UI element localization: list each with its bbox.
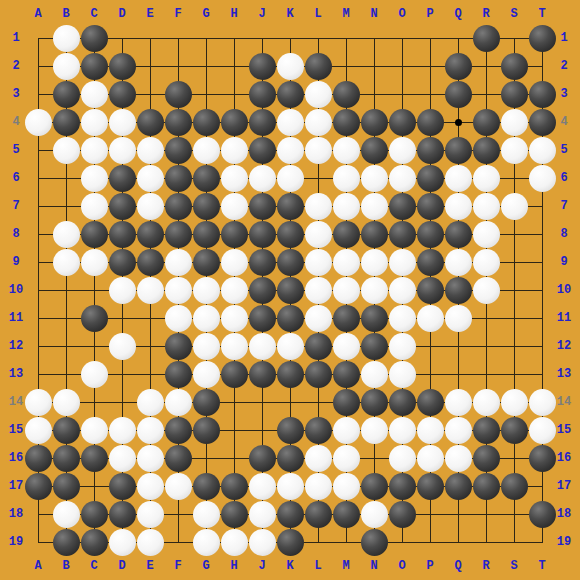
black-stone-N19[interactable] xyxy=(361,529,388,556)
white-stone-L8[interactable] xyxy=(305,221,332,248)
row-label-left-6: 6 xyxy=(4,171,28,185)
black-stone-S17[interactable] xyxy=(501,473,528,500)
white-stone-S4[interactable] xyxy=(501,109,528,136)
black-stone-C2[interactable] xyxy=(81,53,108,80)
white-stone-E10[interactable] xyxy=(137,277,164,304)
go-board[interactable]: AA11BB22CC33DD44EE55FF66GG77HH88JJ99KK10… xyxy=(0,0,580,580)
white-stone-B5[interactable] xyxy=(53,137,80,164)
black-stone-T1[interactable] xyxy=(529,25,556,52)
black-stone-J11[interactable] xyxy=(249,305,276,332)
white-stone-F17[interactable] xyxy=(165,473,192,500)
black-stone-K15[interactable] xyxy=(277,417,304,444)
white-stone-L10[interactable] xyxy=(305,277,332,304)
row-label-right-4: 4 xyxy=(552,115,576,129)
black-stone-B16[interactable] xyxy=(53,445,80,472)
white-stone-R9[interactable] xyxy=(473,249,500,276)
white-stone-G11[interactable] xyxy=(193,305,220,332)
black-stone-D3[interactable] xyxy=(109,81,136,108)
row-label-right-1: 1 xyxy=(552,31,576,45)
row-label-right-5: 5 xyxy=(552,143,576,157)
black-stone-K13[interactable] xyxy=(277,361,304,388)
white-stone-Q7[interactable] xyxy=(445,193,472,220)
white-stone-H11[interactable] xyxy=(221,305,248,332)
col-label-top-L: L xyxy=(306,7,330,21)
white-stone-S5[interactable] xyxy=(501,137,528,164)
white-stone-F10[interactable] xyxy=(165,277,192,304)
black-stone-P14[interactable] xyxy=(417,389,444,416)
white-stone-N10[interactable] xyxy=(361,277,388,304)
white-stone-C6[interactable] xyxy=(81,165,108,192)
white-stone-P16[interactable] xyxy=(417,445,444,472)
white-stone-B9[interactable] xyxy=(53,249,80,276)
white-stone-O13[interactable] xyxy=(389,361,416,388)
white-stone-H7[interactable] xyxy=(221,193,248,220)
black-stone-M3[interactable] xyxy=(333,81,360,108)
black-stone-J4[interactable] xyxy=(249,109,276,136)
black-stone-Q2[interactable] xyxy=(445,53,472,80)
black-stone-J2[interactable] xyxy=(249,53,276,80)
white-stone-M9[interactable] xyxy=(333,249,360,276)
black-stone-F4[interactable] xyxy=(165,109,192,136)
white-stone-G13[interactable] xyxy=(193,361,220,388)
black-stone-A17[interactable] xyxy=(25,473,52,500)
white-stone-J6[interactable] xyxy=(249,165,276,192)
black-stone-N5[interactable] xyxy=(361,137,388,164)
white-stone-D19[interactable] xyxy=(109,529,136,556)
black-stone-R4[interactable] xyxy=(473,109,500,136)
col-label-bottom-S: S xyxy=(502,559,526,573)
white-stone-B8[interactable] xyxy=(53,221,80,248)
white-stone-H9[interactable] xyxy=(221,249,248,276)
black-stone-N14[interactable] xyxy=(361,389,388,416)
white-stone-L11[interactable] xyxy=(305,305,332,332)
col-label-bottom-B: B xyxy=(54,559,78,573)
black-stone-F6[interactable] xyxy=(165,165,192,192)
white-stone-A14[interactable] xyxy=(25,389,52,416)
white-stone-E18[interactable] xyxy=(137,501,164,528)
black-stone-A16[interactable] xyxy=(25,445,52,472)
white-stone-R8[interactable] xyxy=(473,221,500,248)
white-stone-F14[interactable] xyxy=(165,389,192,416)
black-stone-P8[interactable] xyxy=(417,221,444,248)
white-stone-C9[interactable] xyxy=(81,249,108,276)
row-label-left-9: 9 xyxy=(4,255,28,269)
black-stone-G6[interactable] xyxy=(193,165,220,192)
row-label-right-17: 17 xyxy=(552,479,576,493)
col-label-top-G: G xyxy=(194,7,218,21)
row-label-left-11: 11 xyxy=(4,311,28,325)
white-stone-T6[interactable] xyxy=(529,165,556,192)
black-stone-D2[interactable] xyxy=(109,53,136,80)
white-stone-O10[interactable] xyxy=(389,277,416,304)
black-stone-C16[interactable] xyxy=(81,445,108,472)
col-label-top-N: N xyxy=(362,7,386,21)
white-stone-B2[interactable] xyxy=(53,53,80,80)
black-stone-M11[interactable] xyxy=(333,305,360,332)
black-stone-L15[interactable] xyxy=(305,417,332,444)
white-stone-R14[interactable] xyxy=(473,389,500,416)
white-stone-C5[interactable] xyxy=(81,137,108,164)
white-stone-A4[interactable] xyxy=(25,109,52,136)
col-label-top-E: E xyxy=(138,7,162,21)
black-stone-K8[interactable] xyxy=(277,221,304,248)
black-stone-P6[interactable] xyxy=(417,165,444,192)
black-stone-Q8[interactable] xyxy=(445,221,472,248)
col-label-top-J: J xyxy=(250,7,274,21)
black-stone-Q3[interactable] xyxy=(445,81,472,108)
black-stone-S2[interactable] xyxy=(501,53,528,80)
row-label-right-11: 11 xyxy=(552,311,576,325)
white-stone-M12[interactable] xyxy=(333,333,360,360)
white-stone-L4[interactable] xyxy=(305,109,332,136)
col-label-bottom-T: T xyxy=(530,559,554,573)
row-label-right-12: 12 xyxy=(552,339,576,353)
white-stone-N6[interactable] xyxy=(361,165,388,192)
black-stone-R16[interactable] xyxy=(473,445,500,472)
black-stone-N12[interactable] xyxy=(361,333,388,360)
white-stone-C4[interactable] xyxy=(81,109,108,136)
white-stone-L5[interactable] xyxy=(305,137,332,164)
col-label-bottom-F: F xyxy=(166,559,190,573)
black-stone-O14[interactable] xyxy=(389,389,416,416)
black-stone-G8[interactable] xyxy=(193,221,220,248)
black-stone-D9[interactable] xyxy=(109,249,136,276)
white-stone-G10[interactable] xyxy=(193,277,220,304)
white-stone-J12[interactable] xyxy=(249,333,276,360)
black-stone-G9[interactable] xyxy=(193,249,220,276)
black-stone-L2[interactable] xyxy=(305,53,332,80)
col-label-top-H: H xyxy=(222,7,246,21)
white-stone-N7[interactable] xyxy=(361,193,388,220)
white-stone-P11[interactable] xyxy=(417,305,444,332)
white-stone-M7[interactable] xyxy=(333,193,360,220)
black-stone-M18[interactable] xyxy=(333,501,360,528)
col-label-bottom-O: O xyxy=(390,559,414,573)
white-stone-D10[interactable] xyxy=(109,277,136,304)
black-stone-R1[interactable] xyxy=(473,25,500,52)
black-stone-J10[interactable] xyxy=(249,277,276,304)
white-stone-B1[interactable] xyxy=(53,25,80,52)
black-stone-P7[interactable] xyxy=(417,193,444,220)
black-stone-O17[interactable] xyxy=(389,473,416,500)
black-stone-B4[interactable] xyxy=(53,109,80,136)
row-label-left-3: 3 xyxy=(4,87,28,101)
black-stone-F16[interactable] xyxy=(165,445,192,472)
row-label-left-13: 13 xyxy=(4,367,28,381)
black-stone-H18[interactable] xyxy=(221,501,248,528)
white-stone-G19[interactable] xyxy=(193,529,220,556)
row-label-right-3: 3 xyxy=(552,87,576,101)
white-stone-E17[interactable] xyxy=(137,473,164,500)
col-label-bottom-L: L xyxy=(306,559,330,573)
white-stone-J17[interactable] xyxy=(249,473,276,500)
white-stone-N18[interactable] xyxy=(361,501,388,528)
black-stone-C18[interactable] xyxy=(81,501,108,528)
col-label-top-O: O xyxy=(390,7,414,21)
white-stone-J18[interactable] xyxy=(249,501,276,528)
black-stone-K19[interactable] xyxy=(277,529,304,556)
white-stone-P15[interactable] xyxy=(417,417,444,444)
black-stone-F13[interactable] xyxy=(165,361,192,388)
black-stone-T3[interactable] xyxy=(529,81,556,108)
black-stone-Q17[interactable] xyxy=(445,473,472,500)
black-stone-C19[interactable] xyxy=(81,529,108,556)
white-stone-T14[interactable] xyxy=(529,389,556,416)
black-stone-F7[interactable] xyxy=(165,193,192,220)
black-stone-R17[interactable] xyxy=(473,473,500,500)
white-stone-R10[interactable] xyxy=(473,277,500,304)
row-label-left-10: 10 xyxy=(4,283,28,297)
black-stone-M13[interactable] xyxy=(333,361,360,388)
white-stone-S7[interactable] xyxy=(501,193,528,220)
black-stone-E4[interactable] xyxy=(137,109,164,136)
row-label-right-14: 14 xyxy=(552,395,576,409)
black-stone-P9[interactable] xyxy=(417,249,444,276)
white-stone-B18[interactable] xyxy=(53,501,80,528)
black-stone-D17[interactable] xyxy=(109,473,136,500)
white-stone-E6[interactable] xyxy=(137,165,164,192)
row-label-right-7: 7 xyxy=(552,199,576,213)
black-stone-P17[interactable] xyxy=(417,473,444,500)
col-label-bottom-K: K xyxy=(278,559,302,573)
white-stone-O12[interactable] xyxy=(389,333,416,360)
col-label-bottom-J: J xyxy=(250,559,274,573)
black-stone-E9[interactable] xyxy=(137,249,164,276)
black-stone-E8[interactable] xyxy=(137,221,164,248)
black-stone-F3[interactable] xyxy=(165,81,192,108)
white-stone-G12[interactable] xyxy=(193,333,220,360)
black-stone-N11[interactable] xyxy=(361,305,388,332)
white-stone-C7[interactable] xyxy=(81,193,108,220)
white-stone-T5[interactable] xyxy=(529,137,556,164)
col-label-bottom-Q: Q xyxy=(446,559,470,573)
white-stone-E14[interactable] xyxy=(137,389,164,416)
white-stone-Q9[interactable] xyxy=(445,249,472,276)
white-stone-E16[interactable] xyxy=(137,445,164,472)
white-stone-N15[interactable] xyxy=(361,417,388,444)
black-stone-C1[interactable] xyxy=(81,25,108,52)
white-stone-Q15[interactable] xyxy=(445,417,472,444)
black-stone-P4[interactable] xyxy=(417,109,444,136)
black-stone-K7[interactable] xyxy=(277,193,304,220)
black-stone-J9[interactable] xyxy=(249,249,276,276)
black-stone-T4[interactable] xyxy=(529,109,556,136)
black-stone-G14[interactable] xyxy=(193,389,220,416)
white-stone-K12[interactable] xyxy=(277,333,304,360)
col-label-top-Q: Q xyxy=(446,7,470,21)
white-stone-R6[interactable] xyxy=(473,165,500,192)
white-stone-R7[interactable] xyxy=(473,193,500,220)
black-stone-J5[interactable] xyxy=(249,137,276,164)
white-stone-C13[interactable] xyxy=(81,361,108,388)
white-stone-Q6[interactable] xyxy=(445,165,472,192)
white-stone-F11[interactable] xyxy=(165,305,192,332)
black-stone-D7[interactable] xyxy=(109,193,136,220)
black-stone-H17[interactable] xyxy=(221,473,248,500)
black-stone-B19[interactable] xyxy=(53,529,80,556)
white-stone-T15[interactable] xyxy=(529,417,556,444)
white-stone-D5[interactable] xyxy=(109,137,136,164)
black-stone-H8[interactable] xyxy=(221,221,248,248)
black-stone-N8[interactable] xyxy=(361,221,388,248)
black-stone-O7[interactable] xyxy=(389,193,416,220)
white-stone-M16[interactable] xyxy=(333,445,360,472)
black-stone-K3[interactable] xyxy=(277,81,304,108)
white-stone-D4[interactable] xyxy=(109,109,136,136)
white-stone-H6[interactable] xyxy=(221,165,248,192)
black-stone-F8[interactable] xyxy=(165,221,192,248)
white-stone-E5[interactable] xyxy=(137,137,164,164)
black-stone-M14[interactable] xyxy=(333,389,360,416)
black-stone-J7[interactable] xyxy=(249,193,276,220)
black-stone-M4[interactable] xyxy=(333,109,360,136)
black-stone-S3[interactable] xyxy=(501,81,528,108)
white-stone-L7[interactable] xyxy=(305,193,332,220)
black-stone-R5[interactable] xyxy=(473,137,500,164)
white-stone-H5[interactable] xyxy=(221,137,248,164)
white-stone-H10[interactable] xyxy=(221,277,248,304)
black-stone-J13[interactable] xyxy=(249,361,276,388)
white-stone-J19[interactable] xyxy=(249,529,276,556)
white-stone-O6[interactable] xyxy=(389,165,416,192)
white-stone-Q14[interactable] xyxy=(445,389,472,416)
white-stone-M6[interactable] xyxy=(333,165,360,192)
white-stone-E15[interactable] xyxy=(137,417,164,444)
black-stone-L13[interactable] xyxy=(305,361,332,388)
black-stone-M8[interactable] xyxy=(333,221,360,248)
black-stone-K10[interactable] xyxy=(277,277,304,304)
white-stone-O9[interactable] xyxy=(389,249,416,276)
black-stone-S15[interactable] xyxy=(501,417,528,444)
col-label-bottom-G: G xyxy=(194,559,218,573)
row-label-left-8: 8 xyxy=(4,227,28,241)
black-stone-B3[interactable] xyxy=(53,81,80,108)
col-label-top-A: A xyxy=(26,7,50,21)
white-stone-K4[interactable] xyxy=(277,109,304,136)
black-stone-B17[interactable] xyxy=(53,473,80,500)
black-stone-L12[interactable] xyxy=(305,333,332,360)
white-stone-O5[interactable] xyxy=(389,137,416,164)
black-stone-P5[interactable] xyxy=(417,137,444,164)
white-stone-L9[interactable] xyxy=(305,249,332,276)
white-stone-L16[interactable] xyxy=(305,445,332,472)
white-stone-Q16[interactable] xyxy=(445,445,472,472)
white-stone-M17[interactable] xyxy=(333,473,360,500)
white-stone-D16[interactable] xyxy=(109,445,136,472)
white-stone-K5[interactable] xyxy=(277,137,304,164)
black-stone-G7[interactable] xyxy=(193,193,220,220)
white-stone-M10[interactable] xyxy=(333,277,360,304)
white-stone-E19[interactable] xyxy=(137,529,164,556)
white-stone-O16[interactable] xyxy=(389,445,416,472)
row-label-left-2: 2 xyxy=(4,59,28,73)
black-stone-R15[interactable] xyxy=(473,417,500,444)
black-stone-B15[interactable] xyxy=(53,417,80,444)
black-stone-O18[interactable] xyxy=(389,501,416,528)
white-stone-K2[interactable] xyxy=(277,53,304,80)
white-stone-Q11[interactable] xyxy=(445,305,472,332)
black-stone-F15[interactable] xyxy=(165,417,192,444)
row-label-left-1: 1 xyxy=(4,31,28,45)
black-stone-G15[interactable] xyxy=(193,417,220,444)
white-stone-A15[interactable] xyxy=(25,417,52,444)
white-stone-D15[interactable] xyxy=(109,417,136,444)
black-stone-F5[interactable] xyxy=(165,137,192,164)
black-stone-N4[interactable] xyxy=(361,109,388,136)
white-stone-K17[interactable] xyxy=(277,473,304,500)
white-stone-G18[interactable] xyxy=(193,501,220,528)
white-stone-N13[interactable] xyxy=(361,361,388,388)
white-stone-S14[interactable] xyxy=(501,389,528,416)
row-label-right-18: 18 xyxy=(552,507,576,521)
white-stone-B14[interactable] xyxy=(53,389,80,416)
black-stone-Q5[interactable] xyxy=(445,137,472,164)
white-stone-L3[interactable] xyxy=(305,81,332,108)
black-stone-J3[interactable] xyxy=(249,81,276,108)
black-stone-P10[interactable] xyxy=(417,277,444,304)
black-stone-N17[interactable] xyxy=(361,473,388,500)
black-stone-G17[interactable] xyxy=(193,473,220,500)
col-label-bottom-P: P xyxy=(418,559,442,573)
black-stone-L18[interactable] xyxy=(305,501,332,528)
white-stone-G5[interactable] xyxy=(193,137,220,164)
black-stone-F12[interactable] xyxy=(165,333,192,360)
row-label-right-6: 6 xyxy=(552,171,576,185)
star-point xyxy=(455,119,462,126)
black-stone-D18[interactable] xyxy=(109,501,136,528)
col-label-top-C: C xyxy=(82,7,106,21)
white-stone-H12[interactable] xyxy=(221,333,248,360)
white-stone-E7[interactable] xyxy=(137,193,164,220)
white-stone-C15[interactable] xyxy=(81,417,108,444)
white-stone-C3[interactable] xyxy=(81,81,108,108)
white-stone-D12[interactable] xyxy=(109,333,136,360)
black-stone-K16[interactable] xyxy=(277,445,304,472)
white-stone-H19[interactable] xyxy=(221,529,248,556)
black-stone-K18[interactable] xyxy=(277,501,304,528)
white-stone-N9[interactable] xyxy=(361,249,388,276)
black-stone-K11[interactable] xyxy=(277,305,304,332)
black-stone-D6[interactable] xyxy=(109,165,136,192)
row-label-right-13: 13 xyxy=(552,367,576,381)
col-label-top-F: F xyxy=(166,7,190,21)
white-stone-O15[interactable] xyxy=(389,417,416,444)
black-stone-G4[interactable] xyxy=(193,109,220,136)
black-stone-K9[interactable] xyxy=(277,249,304,276)
white-stone-M15[interactable] xyxy=(333,417,360,444)
black-stone-J8[interactable] xyxy=(249,221,276,248)
black-stone-C8[interactable] xyxy=(81,221,108,248)
row-label-right-8: 8 xyxy=(552,227,576,241)
black-stone-H4[interactable] xyxy=(221,109,248,136)
black-stone-D8[interactable] xyxy=(109,221,136,248)
white-stone-O11[interactable] xyxy=(389,305,416,332)
white-stone-F9[interactable] xyxy=(165,249,192,276)
black-stone-T18[interactable] xyxy=(529,501,556,528)
black-stone-O4[interactable] xyxy=(389,109,416,136)
white-stone-K6[interactable] xyxy=(277,165,304,192)
black-stone-Q10[interactable] xyxy=(445,277,472,304)
black-stone-O8[interactable] xyxy=(389,221,416,248)
black-stone-C11[interactable] xyxy=(81,305,108,332)
row-label-left-18: 18 xyxy=(4,507,28,521)
black-stone-T16[interactable] xyxy=(529,445,556,472)
black-stone-J16[interactable] xyxy=(249,445,276,472)
white-stone-M5[interactable] xyxy=(333,137,360,164)
white-stone-L17[interactable] xyxy=(305,473,332,500)
col-label-top-R: R xyxy=(474,7,498,21)
black-stone-H13[interactable] xyxy=(221,361,248,388)
